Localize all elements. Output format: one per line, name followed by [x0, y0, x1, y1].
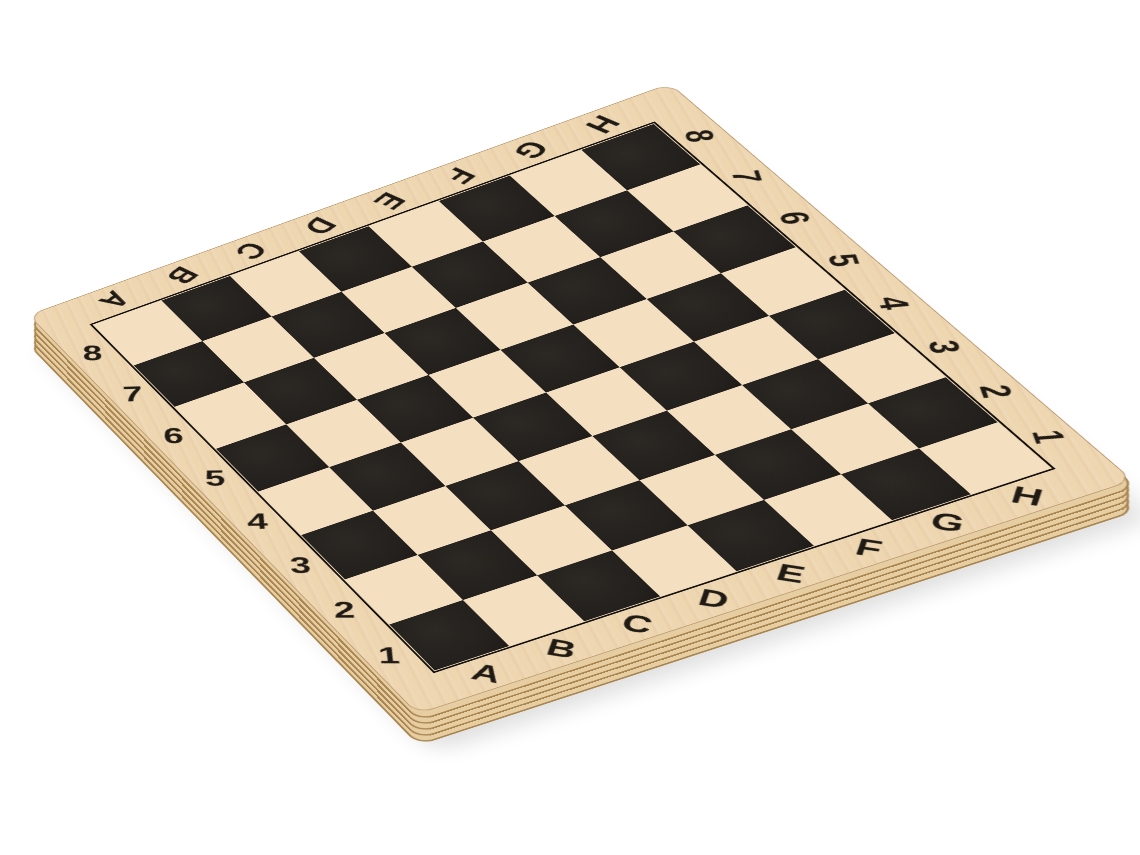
chessboard: AABBCCDDEEFFGGHH8877665544332211 [28, 83, 1134, 714]
rank-label-right-3: 3 [894, 329, 995, 365]
rank-label-left-4: 4 [232, 496, 282, 546]
rank-label-right-7: 7 [700, 159, 796, 194]
board-grid [94, 124, 1051, 670]
rank-label-left-5: 5 [190, 453, 239, 503]
product-photo-canvas: AABBCCDDEEFFGGHH8877665544332211 [0, 0, 1140, 855]
rank-label-right-6: 6 [747, 200, 844, 235]
file-label-bottom-a: A [439, 652, 535, 695]
rank-label-right-1: 1 [997, 419, 1102, 455]
rank-label-left-3: 3 [275, 539, 326, 590]
file-label-bottom-h: H [975, 475, 1079, 517]
rank-label-right-4: 4 [844, 285, 944, 321]
rank-label-right-8: 8 [653, 118, 747, 153]
file-label-bottom-f: F [818, 527, 920, 569]
rank-label-right-5: 5 [795, 242, 893, 278]
rank-label-left-1: 1 [363, 629, 416, 681]
file-label-bottom-g: G [896, 501, 999, 543]
rank-label-left-2: 2 [318, 584, 370, 635]
file-label-bottom-d: D [664, 577, 763, 619]
file-label-bottom-b: B [513, 627, 610, 670]
rank-label-right-2: 2 [945, 373, 1048, 409]
rank-label-left-6: 6 [149, 411, 197, 460]
file-label-bottom-c: C [588, 602, 686, 645]
file-label-bottom-e: E [741, 552, 842, 594]
